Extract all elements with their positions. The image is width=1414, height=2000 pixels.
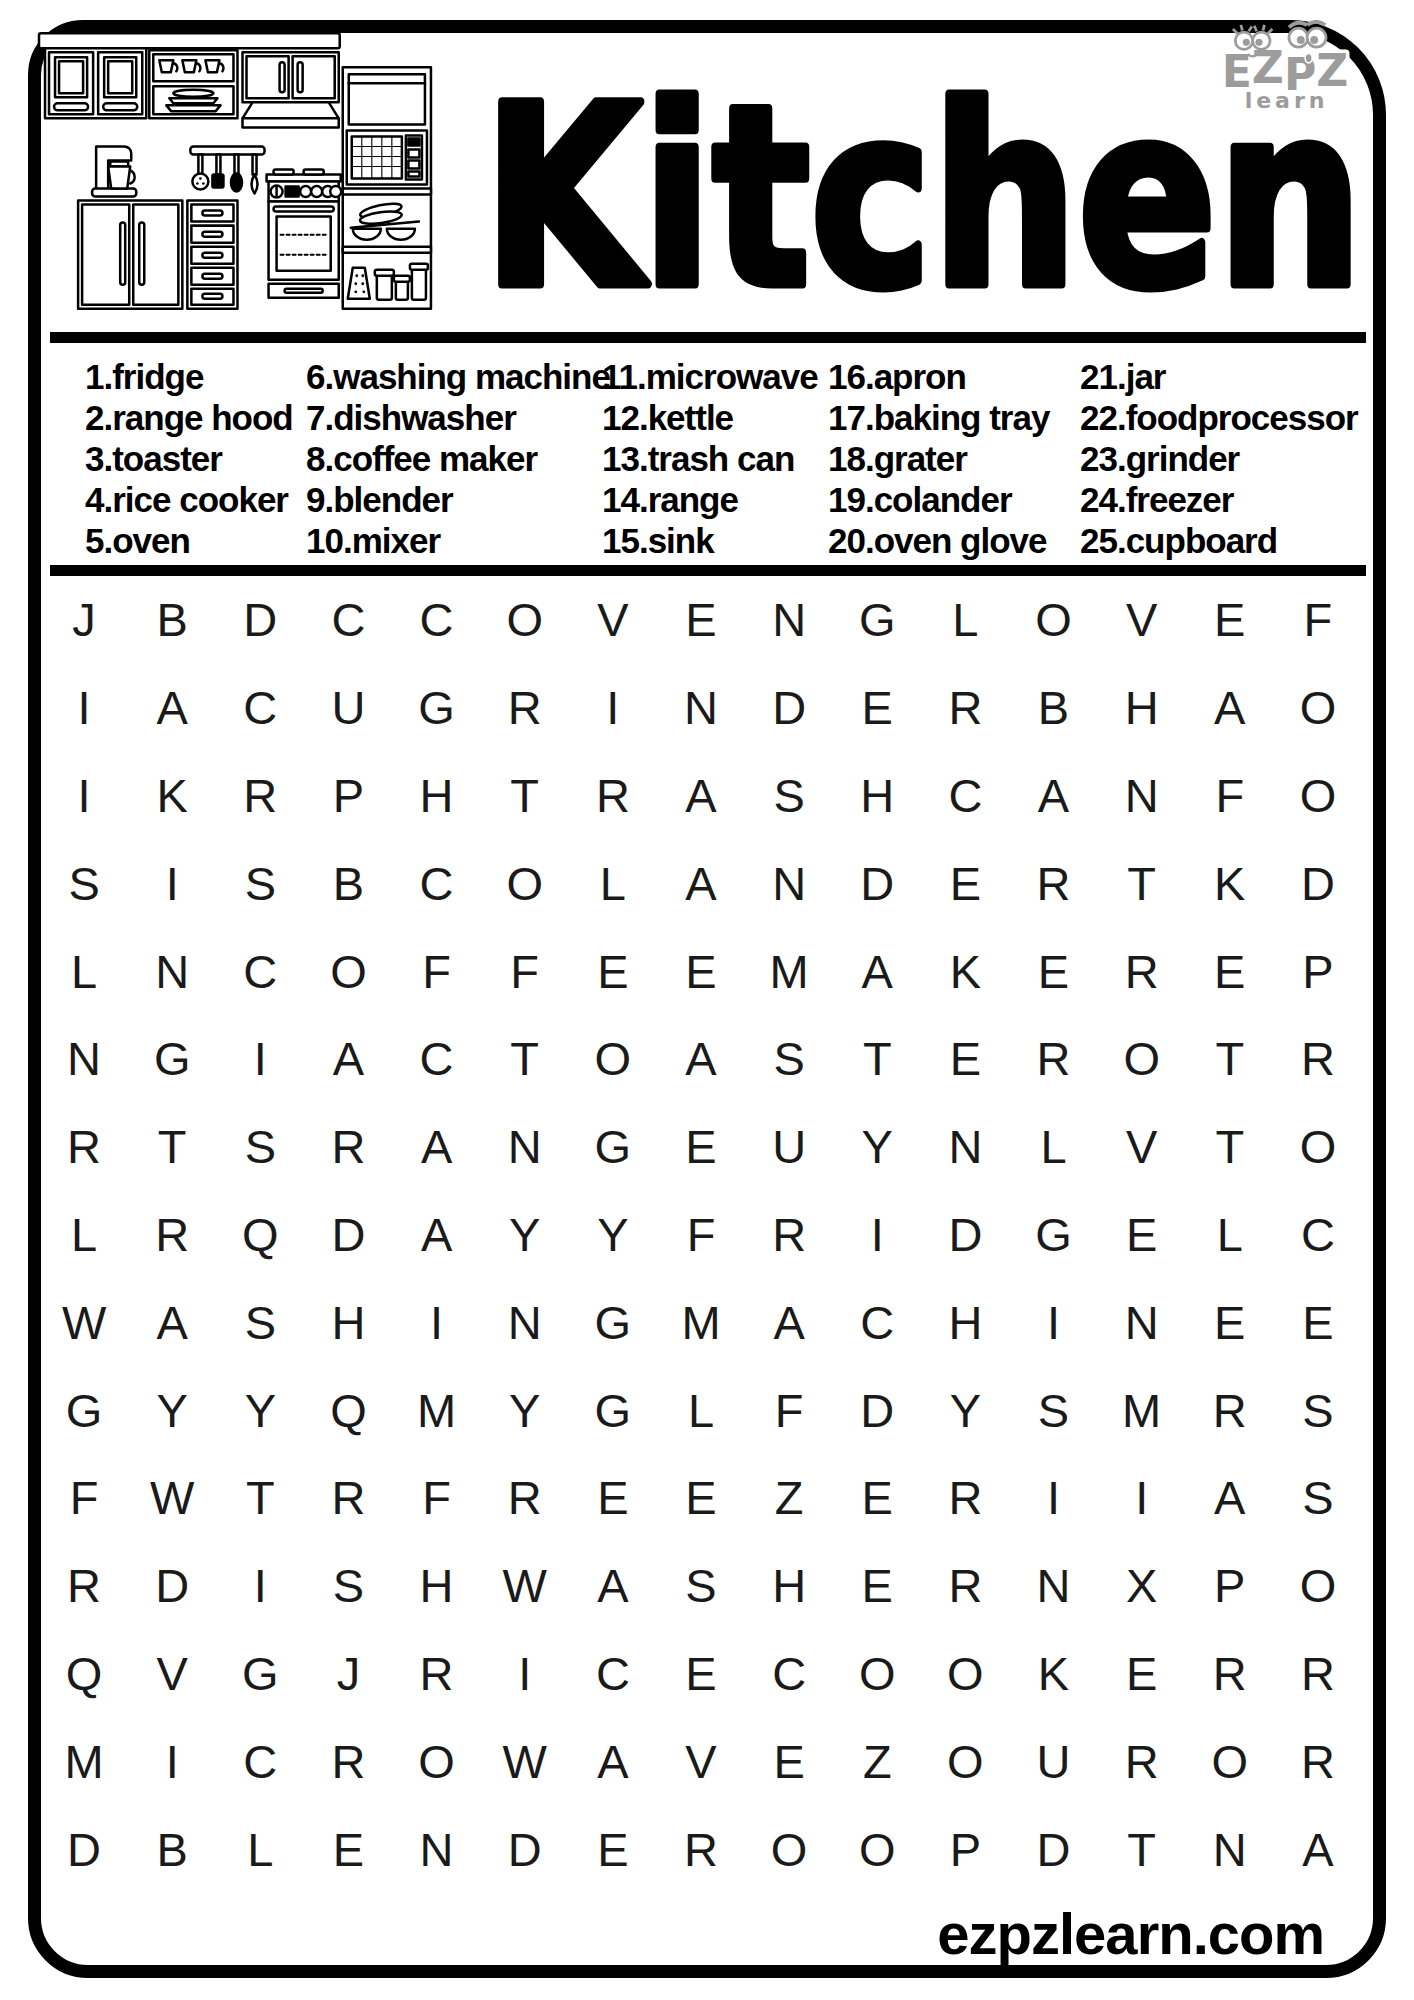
grid-cell[interactable]: E: [657, 1103, 745, 1191]
grid-cell[interactable]: N: [921, 1103, 1009, 1191]
grid-cell[interactable]: T: [1186, 1015, 1274, 1103]
word-list-item: 23.grinder: [1080, 438, 1358, 479]
grid-cell[interactable]: C: [216, 1717, 304, 1805]
grid-cell[interactable]: G: [216, 1630, 304, 1718]
grid-cell[interactable]: E: [569, 927, 657, 1015]
grid-cell[interactable]: A: [128, 664, 216, 752]
grid-cell[interactable]: F: [657, 1191, 745, 1279]
grid-cell[interactable]: A: [657, 752, 745, 840]
word-list-item: 25.cupboard: [1080, 520, 1358, 561]
grid-cell[interactable]: P: [921, 1805, 1009, 1893]
grid-cell[interactable]: A: [657, 1015, 745, 1103]
grid-cell[interactable]: F: [745, 1366, 833, 1454]
grid-cell[interactable]: T: [1186, 1103, 1274, 1191]
grid-cell[interactable]: N: [1098, 752, 1186, 840]
word-list-item: 21.jar: [1080, 356, 1358, 397]
grid-cell[interactable]: F: [40, 1454, 128, 1542]
word-list-column: 1.fridge2.range hood3.toaster4.rice cook…: [85, 356, 293, 561]
grid-cell[interactable]: I: [216, 1015, 304, 1103]
word-list-column: 6.washing machine7.dishwasher8.coffee ma…: [306, 356, 610, 561]
grid-cell[interactable]: U: [1009, 1717, 1097, 1805]
word-search-grid: JBDCCOVENGLOVEFIACUGRINDERBHAOIKRPHTRASH…: [40, 576, 1362, 1893]
grid-cell[interactable]: R: [1274, 1015, 1362, 1103]
grid-cell[interactable]: Q: [304, 1366, 392, 1454]
grid-cell[interactable]: O: [833, 1630, 921, 1718]
grid-cell[interactable]: Y: [481, 1366, 569, 1454]
word-list-item: 3.toaster: [85, 438, 293, 479]
grid-cell[interactable]: C: [216, 664, 304, 752]
grid-cell[interactable]: R: [304, 1103, 392, 1191]
grid-cell[interactable]: O: [1274, 1103, 1362, 1191]
grid-cell[interactable]: R: [1009, 839, 1097, 927]
grid-cell[interactable]: T: [481, 1015, 569, 1103]
grid-cell[interactable]: G: [569, 1366, 657, 1454]
grid-cell[interactable]: D: [304, 1191, 392, 1279]
grid-cell[interactable]: F: [1186, 752, 1274, 840]
grid-cell[interactable]: S: [216, 1103, 304, 1191]
grid-cell[interactable]: C: [393, 576, 481, 664]
grid-cell[interactable]: S: [216, 1278, 304, 1366]
grid-cell[interactable]: I: [1009, 1454, 1097, 1542]
grid-cell[interactable]: I: [216, 1542, 304, 1630]
grid-cell[interactable]: R: [657, 1805, 745, 1893]
word-list-item: 9.blender: [306, 479, 610, 520]
grid-cell[interactable]: H: [393, 752, 481, 840]
grid-cell[interactable]: O: [921, 1717, 1009, 1805]
grid-cell[interactable]: A: [128, 1278, 216, 1366]
grid-cell[interactable]: I: [128, 1717, 216, 1805]
grid-cell[interactable]: H: [745, 1542, 833, 1630]
grid-cell[interactable]: O: [1009, 576, 1097, 664]
grid-cell[interactable]: Y: [569, 1191, 657, 1279]
word-list-item: 19.colander: [828, 479, 1049, 520]
grid-cell[interactable]: N: [1009, 1542, 1097, 1630]
grid-cell[interactable]: R: [216, 752, 304, 840]
word-list-item: 11.microwave: [602, 356, 818, 397]
grid-cell[interactable]: E: [833, 1542, 921, 1630]
grid-cell[interactable]: R: [481, 664, 569, 752]
grid-cell[interactable]: D: [216, 576, 304, 664]
grid-cell[interactable]: O: [1274, 664, 1362, 752]
grid-cell[interactable]: D: [40, 1805, 128, 1893]
grid-cell[interactable]: E: [833, 1454, 921, 1542]
grid-cell[interactable]: G: [393, 664, 481, 752]
grid-cell[interactable]: L: [1009, 1103, 1097, 1191]
grid-cell[interactable]: G: [833, 576, 921, 664]
grid-cell[interactable]: F: [393, 1454, 481, 1542]
grid-cell[interactable]: G: [569, 1103, 657, 1191]
grid-cell[interactable]: O: [481, 576, 569, 664]
grid-cell[interactable]: S: [216, 839, 304, 927]
grid-cell[interactable]: N: [1098, 1278, 1186, 1366]
word-list-column: 16.apron17.baking tray18.grater19.coland…: [828, 356, 1049, 561]
grid-cell[interactable]: Q: [40, 1630, 128, 1718]
grid-cell[interactable]: B: [128, 576, 216, 664]
grid-cell[interactable]: C: [393, 839, 481, 927]
grid-cell[interactable]: G: [1009, 1191, 1097, 1279]
grid-cell[interactable]: R: [1098, 927, 1186, 1015]
grid-cell[interactable]: L: [569, 839, 657, 927]
grid-cell[interactable]: E: [657, 1630, 745, 1718]
grid-cell[interactable]: Z: [745, 1454, 833, 1542]
grid-cell[interactable]: T: [1098, 1805, 1186, 1893]
word-list-item: 22.foodprocessor: [1080, 397, 1358, 438]
grid-cell[interactable]: M: [657, 1278, 745, 1366]
grid-cell[interactable]: L: [40, 1191, 128, 1279]
grid-cell[interactable]: P: [1274, 927, 1362, 1015]
grid-cell[interactable]: I: [393, 1278, 481, 1366]
grid-cell[interactable]: S: [40, 839, 128, 927]
grid-cell[interactable]: A: [304, 1015, 392, 1103]
grid-cell[interactable]: A: [569, 1542, 657, 1630]
grid-cell[interactable]: M: [40, 1717, 128, 1805]
grid-cell[interactable]: R: [40, 1542, 128, 1630]
grid-cell[interactable]: S: [1009, 1366, 1097, 1454]
grid-cell[interactable]: Y: [216, 1366, 304, 1454]
grid-cell[interactable]: T: [128, 1103, 216, 1191]
grid-cell[interactable]: N: [1186, 1805, 1274, 1893]
grid-cell[interactable]: W: [481, 1542, 569, 1630]
grid-cell[interactable]: N: [40, 1015, 128, 1103]
grid-cell[interactable]: T: [481, 752, 569, 840]
grid-cell[interactable]: T: [216, 1454, 304, 1542]
grid-cell[interactable]: H: [921, 1278, 1009, 1366]
grid-cell[interactable]: E: [657, 1454, 745, 1542]
grid-cell[interactable]: E: [1186, 927, 1274, 1015]
grid-cell[interactable]: K: [1186, 839, 1274, 927]
grid-cell[interactable]: D: [833, 839, 921, 927]
grid-cell[interactable]: W: [40, 1278, 128, 1366]
grid-cell[interactable]: E: [921, 839, 1009, 927]
grid-cell[interactable]: L: [921, 576, 1009, 664]
grid-cell[interactable]: A: [745, 1278, 833, 1366]
grid-cell[interactable]: F: [393, 927, 481, 1015]
website-link: ezpzlearn.com: [937, 1900, 1324, 1967]
grid-cell[interactable]: Y: [833, 1103, 921, 1191]
grid-cell[interactable]: N: [657, 664, 745, 752]
grid-cell[interactable]: R: [1274, 1630, 1362, 1718]
grid-cell[interactable]: E: [1009, 927, 1097, 1015]
grid-cell[interactable]: R: [1186, 1366, 1274, 1454]
divider-top: [50, 332, 1366, 343]
grid-cell[interactable]: C: [1274, 1191, 1362, 1279]
grid-cell[interactable]: I: [40, 752, 128, 840]
grid-cell[interactable]: V: [1098, 576, 1186, 664]
ezpz-learn-logo: EZPZ learn: [1214, 14, 1356, 118]
grid-cell[interactable]: R: [128, 1191, 216, 1279]
grid-cell[interactable]: K: [128, 752, 216, 840]
grid-cell[interactable]: E: [1098, 1630, 1186, 1718]
grid-cell[interactable]: O: [1186, 1717, 1274, 1805]
grid-cell[interactable]: U: [745, 1103, 833, 1191]
grid-cell[interactable]: K: [1009, 1630, 1097, 1718]
grid-cell[interactable]: R: [1009, 1015, 1097, 1103]
grid-cell[interactable]: M: [745, 927, 833, 1015]
grid-cell[interactable]: C: [921, 752, 1009, 840]
grid-cell[interactable]: V: [657, 1717, 745, 1805]
grid-cell[interactable]: A: [393, 1103, 481, 1191]
grid-cell[interactable]: L: [1186, 1191, 1274, 1279]
word-list-item: 8.coffee maker: [306, 438, 610, 479]
word-list-item: 7.dishwasher: [306, 397, 610, 438]
logo-sub-text: learn: [1245, 88, 1329, 113]
grid-cell[interactable]: C: [745, 1630, 833, 1718]
grid-cell[interactable]: A: [393, 1191, 481, 1279]
grid-cell[interactable]: O: [745, 1805, 833, 1893]
grid-cell[interactable]: A: [1274, 1805, 1362, 1893]
grid-cell[interactable]: C: [216, 927, 304, 1015]
grid-cell[interactable]: R: [921, 664, 1009, 752]
grid-cell[interactable]: K: [921, 927, 1009, 1015]
grid-cell[interactable]: N: [393, 1805, 481, 1893]
word-list-item: 4.rice cooker: [85, 479, 293, 520]
divider-bottom: [50, 565, 1366, 576]
grid-cell[interactable]: S: [745, 752, 833, 840]
word-list-item: 18.grater: [828, 438, 1049, 479]
grid-cell[interactable]: R: [921, 1542, 1009, 1630]
grid-cell[interactable]: A: [569, 1717, 657, 1805]
grid-cell[interactable]: I: [1009, 1278, 1097, 1366]
grid-cell[interactable]: T: [1098, 839, 1186, 927]
grid-cell[interactable]: U: [304, 664, 392, 752]
grid-cell[interactable]: R: [481, 1454, 569, 1542]
word-list-item: 6.washing machine: [306, 356, 610, 397]
grid-cell[interactable]: E: [304, 1805, 392, 1893]
grid-cell[interactable]: N: [481, 1278, 569, 1366]
grid-cell[interactable]: B: [1009, 664, 1097, 752]
grid-cell[interactable]: E: [1186, 576, 1274, 664]
grid-cell[interactable]: V: [569, 576, 657, 664]
grid-cell[interactable]: A: [1009, 752, 1097, 840]
grid-cell[interactable]: J: [304, 1630, 392, 1718]
grid-cell[interactable]: C: [304, 576, 392, 664]
grid-cell[interactable]: O: [1274, 752, 1362, 840]
grid-cell[interactable]: E: [833, 664, 921, 752]
word-list-item: 15.sink: [602, 520, 818, 561]
grid-cell[interactable]: R: [1274, 1717, 1362, 1805]
grid-cell[interactable]: J: [40, 576, 128, 664]
grid-cell[interactable]: R: [921, 1454, 1009, 1542]
grid-cell[interactable]: P: [304, 752, 392, 840]
grid-cell[interactable]: O: [833, 1805, 921, 1893]
grid-cell[interactable]: A: [657, 839, 745, 927]
grid-cell[interactable]: S: [304, 1542, 392, 1630]
grid-cell[interactable]: L: [216, 1805, 304, 1893]
grid-cell[interactable]: D: [128, 1542, 216, 1630]
kitchen-illustration: [36, 30, 452, 318]
grid-cell[interactable]: V: [1098, 1103, 1186, 1191]
grid-cell[interactable]: X: [1098, 1542, 1186, 1630]
grid-cell[interactable]: I: [128, 839, 216, 927]
word-list-item: 13.trash can: [602, 438, 818, 479]
grid-cell[interactable]: E: [1274, 1278, 1362, 1366]
grid-cell[interactable]: H: [1098, 664, 1186, 752]
word-list-item: 12.kettle: [602, 397, 818, 438]
word-list-item: 1.fridge: [85, 356, 293, 397]
grid-cell[interactable]: S: [1274, 1454, 1362, 1542]
grid-cell[interactable]: C: [833, 1278, 921, 1366]
grid-cell[interactable]: S: [657, 1542, 745, 1630]
grid-cell[interactable]: R: [745, 1191, 833, 1279]
grid-cell[interactable]: A: [1186, 1454, 1274, 1542]
grid-cell[interactable]: C: [393, 1015, 481, 1103]
grid-cell[interactable]: D: [1274, 839, 1362, 927]
grid-cell[interactable]: Q: [216, 1191, 304, 1279]
grid-cell[interactable]: R: [304, 1454, 392, 1542]
grid-cell[interactable]: C: [569, 1630, 657, 1718]
grid-cell[interactable]: P: [1186, 1542, 1274, 1630]
grid-cell[interactable]: V: [128, 1630, 216, 1718]
grid-cell[interactable]: B: [304, 839, 392, 927]
grid-cell[interactable]: L: [40, 927, 128, 1015]
word-list-item: 2.range hood: [85, 397, 293, 438]
grid-cell[interactable]: N: [745, 839, 833, 927]
grid-cell[interactable]: E: [569, 1454, 657, 1542]
grid-cell[interactable]: I: [40, 664, 128, 752]
grid-cell[interactable]: N: [481, 1103, 569, 1191]
grid-cell[interactable]: Y: [128, 1366, 216, 1454]
grid-cell[interactable]: I: [569, 664, 657, 752]
grid-cell[interactable]: A: [1186, 664, 1274, 752]
grid-cell[interactable]: D: [745, 664, 833, 752]
grid-cell[interactable]: B: [128, 1805, 216, 1893]
grid-cell[interactable]: I: [1098, 1454, 1186, 1542]
grid-cell[interactable]: E: [569, 1805, 657, 1893]
grid-cell[interactable]: N: [128, 927, 216, 1015]
grid-cell[interactable]: O: [1274, 1542, 1362, 1630]
word-list-item: 5.oven: [85, 520, 293, 561]
grid-cell[interactable]: E: [657, 576, 745, 664]
word-list-item: 16.apron: [828, 356, 1049, 397]
grid-cell[interactable]: D: [1009, 1805, 1097, 1893]
grid-cell[interactable]: R: [569, 752, 657, 840]
grid-cell[interactable]: G: [569, 1278, 657, 1366]
grid-cell[interactable]: Y: [481, 1191, 569, 1279]
grid-cell[interactable]: W: [481, 1717, 569, 1805]
grid-cell[interactable]: T: [833, 1015, 921, 1103]
grid-cell[interactable]: R: [393, 1630, 481, 1718]
grid-cell[interactable]: M: [1098, 1366, 1186, 1454]
grid-cell[interactable]: A: [833, 927, 921, 1015]
grid-cell[interactable]: E: [921, 1015, 1009, 1103]
word-list-item: 14.range: [602, 479, 818, 520]
grid-cell[interactable]: H: [833, 752, 921, 840]
grid-cell[interactable]: D: [481, 1805, 569, 1893]
grid-cell[interactable]: E: [1098, 1191, 1186, 1279]
grid-cell[interactable]: R: [40, 1103, 128, 1191]
grid-cell[interactable]: F: [481, 927, 569, 1015]
word-list-item: 17.baking tray: [828, 397, 1049, 438]
grid-cell[interactable]: R: [1098, 1717, 1186, 1805]
grid-cell[interactable]: E: [657, 927, 745, 1015]
grid-cell[interactable]: I: [481, 1630, 569, 1718]
grid-cell[interactable]: O: [1098, 1015, 1186, 1103]
grid-cell[interactable]: E: [745, 1717, 833, 1805]
grid-cell[interactable]: F: [1274, 576, 1362, 664]
grid-cell[interactable]: S: [1274, 1366, 1362, 1454]
grid-cell[interactable]: Z: [833, 1717, 921, 1805]
word-list-item: 24.freezer: [1080, 479, 1358, 520]
grid-cell[interactable]: R: [304, 1717, 392, 1805]
grid-cell[interactable]: S: [745, 1015, 833, 1103]
grid-cell[interactable]: O: [304, 927, 392, 1015]
grid-cell[interactable]: H: [393, 1542, 481, 1630]
grid-cell[interactable]: O: [393, 1717, 481, 1805]
grid-cell[interactable]: R: [1186, 1630, 1274, 1718]
grid-cell[interactable]: L: [657, 1366, 745, 1454]
grid-cell[interactable]: I: [833, 1191, 921, 1279]
grid-cell[interactable]: G: [40, 1366, 128, 1454]
word-list-column: 11.microwave12.kettle13.trash can14.rang…: [602, 356, 818, 561]
grid-cell[interactable]: H: [304, 1278, 392, 1366]
grid-cell[interactable]: W: [128, 1454, 216, 1542]
word-list: 1.fridge2.range hood3.toaster4.rice cook…: [0, 356, 1414, 562]
grid-cell[interactable]: O: [569, 1015, 657, 1103]
grid-cell[interactable]: Y: [921, 1366, 1009, 1454]
grid-cell[interactable]: D: [833, 1366, 921, 1454]
grid-cell[interactable]: O: [921, 1630, 1009, 1718]
grid-cell[interactable]: E: [1186, 1278, 1274, 1366]
grid-cell[interactable]: D: [921, 1191, 1009, 1279]
word-list-column: 21.jar22.foodprocessor23.grinder24.freez…: [1080, 356, 1358, 561]
grid-cell[interactable]: N: [745, 576, 833, 664]
word-list-item: 20.oven glove: [828, 520, 1049, 561]
word-list-item: 10.mixer: [306, 520, 610, 561]
grid-cell[interactable]: M: [393, 1366, 481, 1454]
grid-cell[interactable]: G: [128, 1015, 216, 1103]
grid-cell[interactable]: O: [481, 839, 569, 927]
